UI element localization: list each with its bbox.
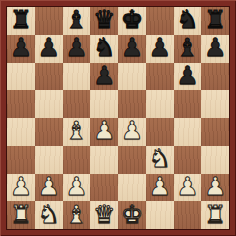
square-h3[interactable] — [201, 146, 229, 174]
square-a7[interactable]: ♟ — [7, 35, 35, 63]
square-d7[interactable]: ♞ — [90, 35, 118, 63]
square-f4[interactable] — [146, 118, 174, 146]
white-pawn[interactable]: ♟ — [121, 117, 143, 144]
white-knight[interactable]: ♞ — [148, 145, 170, 172]
black-pawn[interactable]: ♟ — [65, 34, 87, 61]
square-d5[interactable] — [90, 90, 118, 118]
square-c5[interactable] — [63, 90, 91, 118]
black-pawn[interactable]: ♟ — [121, 34, 143, 61]
square-g2[interactable]: ♟ — [174, 174, 202, 202]
black-pawn[interactable]: ♟ — [148, 34, 170, 61]
square-f6[interactable] — [146, 63, 174, 91]
square-g6[interactable]: ♟ — [174, 63, 202, 91]
black-rook[interactable]: ♜ — [10, 6, 32, 33]
square-d2[interactable] — [90, 174, 118, 202]
square-g4[interactable] — [174, 118, 202, 146]
square-e8[interactable]: ♚ — [118, 7, 146, 35]
square-d8[interactable]: ♛ — [90, 7, 118, 35]
square-a4[interactable] — [7, 118, 35, 146]
black-rook[interactable]: ♜ — [204, 6, 226, 33]
square-e4[interactable]: ♟ — [118, 118, 146, 146]
white-pawn[interactable]: ♟ — [176, 173, 198, 200]
square-c1[interactable]: ♝ — [63, 201, 91, 229]
black-bishop[interactable]: ♝ — [176, 34, 198, 61]
square-g5[interactable] — [174, 90, 202, 118]
black-bishop[interactable]: ♝ — [65, 6, 87, 33]
square-g7[interactable]: ♝ — [174, 35, 202, 63]
square-f8[interactable] — [146, 7, 174, 35]
white-bishop[interactable]: ♝ — [65, 201, 87, 228]
white-bishop[interactable]: ♝ — [65, 117, 87, 144]
square-h5[interactable] — [201, 90, 229, 118]
square-a5[interactable] — [7, 90, 35, 118]
white-queen[interactable]: ♛ — [93, 201, 115, 228]
black-queen[interactable]: ♛ — [93, 6, 115, 33]
square-h4[interactable] — [201, 118, 229, 146]
white-rook[interactable]: ♜ — [204, 201, 226, 228]
board-frame: ♜♝♛♚♞♜♟♟♟♞♟♟♝♟♟♟♝♟♟♞♟♟♟♟♟♟♜♞♝♛♚♜ — [0, 0, 236, 236]
square-e7[interactable]: ♟ — [118, 35, 146, 63]
square-h1[interactable]: ♜ — [201, 201, 229, 229]
square-g8[interactable]: ♞ — [174, 7, 202, 35]
white-pawn[interactable]: ♟ — [93, 117, 115, 144]
black-pawn[interactable]: ♟ — [10, 34, 32, 61]
square-f2[interactable]: ♟ — [146, 174, 174, 202]
square-e1[interactable]: ♚ — [118, 201, 146, 229]
black-pawn[interactable]: ♟ — [204, 34, 226, 61]
white-pawn[interactable]: ♟ — [65, 173, 87, 200]
square-b4[interactable] — [35, 118, 63, 146]
square-h6[interactable] — [201, 63, 229, 91]
square-b3[interactable] — [35, 146, 63, 174]
white-king[interactable]: ♚ — [121, 201, 143, 228]
square-g1[interactable] — [174, 201, 202, 229]
black-knight[interactable]: ♞ — [93, 34, 115, 61]
square-f1[interactable] — [146, 201, 174, 229]
square-c2[interactable]: ♟ — [63, 174, 91, 202]
square-a6[interactable] — [7, 63, 35, 91]
square-c3[interactable] — [63, 146, 91, 174]
square-a2[interactable]: ♟ — [7, 174, 35, 202]
square-e5[interactable] — [118, 90, 146, 118]
square-d4[interactable]: ♟ — [90, 118, 118, 146]
square-c6[interactable] — [63, 63, 91, 91]
square-c8[interactable]: ♝ — [63, 7, 91, 35]
square-c7[interactable]: ♟ — [63, 35, 91, 63]
chess-board: ♜♝♛♚♞♜♟♟♟♞♟♟♝♟♟♟♝♟♟♞♟♟♟♟♟♟♜♞♝♛♚♜ — [7, 7, 229, 229]
white-pawn[interactable]: ♟ — [10, 173, 32, 200]
square-h7[interactable]: ♟ — [201, 35, 229, 63]
square-e2[interactable] — [118, 174, 146, 202]
square-h2[interactable]: ♟ — [201, 174, 229, 202]
square-f5[interactable] — [146, 90, 174, 118]
black-pawn[interactable]: ♟ — [176, 62, 198, 89]
black-pawn[interactable]: ♟ — [93, 62, 115, 89]
square-b2[interactable]: ♟ — [35, 174, 63, 202]
square-g3[interactable] — [174, 146, 202, 174]
square-a8[interactable]: ♜ — [7, 7, 35, 35]
square-b1[interactable]: ♞ — [35, 201, 63, 229]
white-pawn[interactable]: ♟ — [204, 173, 226, 200]
white-knight[interactable]: ♞ — [37, 201, 59, 228]
square-a1[interactable]: ♜ — [7, 201, 35, 229]
square-f7[interactable]: ♟ — [146, 35, 174, 63]
square-b6[interactable] — [35, 63, 63, 91]
square-c4[interactable]: ♝ — [63, 118, 91, 146]
square-a3[interactable] — [7, 146, 35, 174]
square-d6[interactable]: ♟ — [90, 63, 118, 91]
square-d1[interactable]: ♛ — [90, 201, 118, 229]
square-e3[interactable] — [118, 146, 146, 174]
black-king[interactable]: ♚ — [121, 6, 143, 33]
square-b5[interactable] — [35, 90, 63, 118]
square-f3[interactable]: ♞ — [146, 146, 174, 174]
white-pawn[interactable]: ♟ — [148, 173, 170, 200]
white-pawn[interactable]: ♟ — [37, 173, 59, 200]
white-rook[interactable]: ♜ — [10, 201, 32, 228]
black-knight[interactable]: ♞ — [176, 6, 198, 33]
black-pawn[interactable]: ♟ — [37, 34, 59, 61]
square-e6[interactable] — [118, 63, 146, 91]
square-b8[interactable] — [35, 7, 63, 35]
square-d3[interactable] — [90, 146, 118, 174]
square-b7[interactable]: ♟ — [35, 35, 63, 63]
square-h8[interactable]: ♜ — [201, 7, 229, 35]
